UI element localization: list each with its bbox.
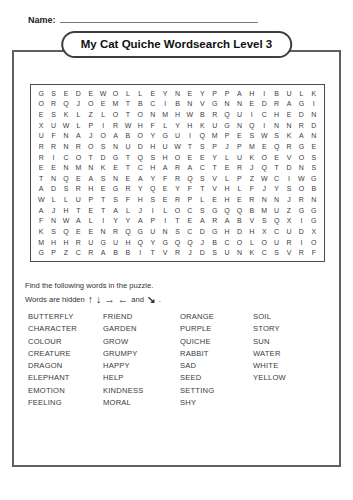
and-text: and [131, 295, 144, 304]
grid-cell-r9c22: W [295, 173, 307, 184]
grid-cell-r13c16: A [221, 216, 233, 227]
grid-cell-r10c19: J [258, 184, 270, 195]
grid-cell-r6c2: R [47, 141, 59, 152]
grid-cell-r10c21: S [283, 184, 295, 195]
grid-cell-r16c7: B [109, 247, 121, 258]
grid-cell-r13c18: V [246, 216, 258, 227]
grid-cell-r2c16: N [221, 99, 233, 110]
word-item-shy: SHY [180, 397, 214, 409]
grid-cell-r15c18: L [246, 237, 258, 248]
grid-cell-r11c17: E [233, 194, 245, 205]
grid-cell-r11c19: N [258, 194, 270, 205]
grid-cell-r12c9: J [134, 205, 146, 216]
grid-cell-r9c7: N [109, 173, 121, 184]
word-list-column-3: ORANGEPURPLEQUICHERABBITSADSEEDSETTINGSH… [180, 311, 214, 409]
grid-cell-r5c9: O [134, 131, 146, 142]
grid-cell-r6c9: D [134, 141, 146, 152]
grid-cell-r16c22: R [295, 247, 307, 258]
word-item-happy: HAPPY [103, 360, 143, 372]
grid-cell-r6c3: N [60, 141, 72, 152]
grid-cell-r12c20: U [270, 205, 282, 216]
grid-cell-r13c15: R [208, 216, 220, 227]
grid-cell-r16c19: C [258, 247, 270, 258]
grid-cell-r3c7: O [109, 109, 121, 120]
grid-cell-r14c12: S [171, 226, 183, 237]
grid-cell-r6c19: E [258, 141, 270, 152]
grid-cell-r7c1: R [35, 152, 47, 163]
grid-cell-r11c13: P [184, 194, 196, 205]
instructions-line2: Words are hidden ↑ ↓ → ← and ↘ . [25, 293, 161, 305]
grid-cell-r14c20: C [270, 226, 282, 237]
grid-cell-r3c5: Z [85, 109, 97, 120]
grid-cell-r10c12: Y [171, 184, 183, 195]
word-item-rabbit: RABBIT [180, 348, 214, 360]
grid-cell-r2c13: N [184, 99, 196, 110]
grid-cell-r8c17: R [233, 162, 245, 173]
grid-cell-r3c18: I [246, 109, 258, 120]
grid-cell-r6c18: M [246, 141, 258, 152]
grid-cell-r15c16: C [221, 237, 233, 248]
grid-cell-r11c7: S [109, 194, 121, 205]
grid-cell-r15c20: U [270, 237, 282, 248]
grid-cell-r1c4: D [72, 88, 84, 99]
grid-cell-r16c3: Z [60, 247, 72, 258]
word-item-emotion: EMOTION [28, 385, 77, 397]
grid-cell-r12c22: G [295, 205, 307, 216]
grid-cell-r12c19: M [258, 205, 270, 216]
grid-cell-r10c1: A [35, 184, 47, 195]
grid-cell-r14c23: X [308, 226, 320, 237]
word-item-moral: MORAL [103, 397, 143, 409]
grid-cell-r4c21: N [283, 120, 295, 131]
grid-cell-r1c9: L [134, 88, 146, 99]
word-item-feeling: FEELING [28, 397, 77, 409]
grid-cell-r6c12: W [171, 141, 183, 152]
grid-cell-r3c19: C [258, 109, 270, 120]
word-item-friend: FRIEND [103, 311, 143, 323]
grid-cell-r13c5: L [85, 216, 97, 227]
grid-cell-r3c11: M [159, 109, 171, 120]
grid-cell-r9c23: G [308, 173, 320, 184]
grid-cell-r4c15: U [208, 120, 220, 131]
grid-cell-r1c8: L [122, 88, 134, 99]
grid-cell-r3c6: L [97, 109, 109, 120]
grid-cell-r3c14: B [196, 109, 208, 120]
grid-cell-r8c10: H [147, 162, 159, 173]
instructions: Find the following words in the puzzle. … [25, 281, 161, 305]
grid-cell-r11c21: J [283, 194, 295, 205]
grid-cell-r16c10: T [147, 247, 159, 258]
grid-cell-r16c17: N [233, 247, 245, 258]
grid-cell-r8c11: A [159, 162, 171, 173]
grid-cell-r6c11: U [159, 141, 171, 152]
puzzle-title: My Cat Quiche Wordsearch Level 3 [61, 31, 293, 58]
grid-cell-r2c19: D [258, 99, 270, 110]
word-item-setting: SETTING [180, 385, 214, 397]
grid-cell-r11c8: F [122, 194, 134, 205]
grid-cell-r7c21: V [283, 152, 295, 163]
name-row: Name: [28, 13, 258, 25]
grid-cell-r2c3: Q [60, 99, 72, 110]
grid-cell-r15c3: H [60, 237, 72, 248]
grid-cell-r7c10: S [147, 152, 159, 163]
grid-cell-r3c10: N [147, 109, 159, 120]
grid-cell-r5c6: O [97, 131, 109, 142]
grid-cell-r16c14: D [196, 247, 208, 258]
grid-cell-r12c17: Q [233, 205, 245, 216]
grid-cell-r11c16: H [221, 194, 233, 205]
grid-cell-r9c11: F [159, 173, 171, 184]
grid-cell-r15c9: Q [134, 237, 146, 248]
grid-cell-r4c1: X [35, 120, 47, 131]
grid-cell-r16c12: R [171, 247, 183, 258]
grid-cell-r15c14: J [196, 237, 208, 248]
grid-cell-r2c22: G [295, 99, 307, 110]
grid-cell-r5c19: W [258, 131, 270, 142]
grid-cell-r3c23: N [308, 109, 320, 120]
word-item-help: HELP [103, 372, 143, 384]
grid-cell-r2c11: I [159, 99, 171, 110]
grid-cell-r13c12: T [171, 216, 183, 227]
grid-cell-r1c18: H [246, 88, 258, 99]
grid-cell-r13c6: I [97, 216, 109, 227]
word-item-purple: PURPLE [180, 323, 214, 335]
word-list-column-1: BUTTERFLYCHARACTERCOLOURCREATUREDRAGONEL… [28, 311, 77, 409]
grid-cell-r5c7: A [109, 131, 121, 142]
grid-cell-r13c22: I [295, 216, 307, 227]
instructions-line1: Find the following words in the puzzle. [25, 281, 161, 290]
grid-cell-r16c15: S [208, 247, 220, 258]
grid-cell-r14c17: D [233, 226, 245, 237]
grid-cell-r3c15: R [208, 109, 220, 120]
grid-cell-r7c13: E [184, 152, 196, 163]
grid-cell-r16c9: I [134, 247, 146, 258]
grid-cell-r4c17: N [233, 120, 245, 131]
grid-cell-r15c6: G [97, 237, 109, 248]
grid-cell-r8c8: T [122, 162, 134, 173]
grid-cell-r4c12: Y [171, 120, 183, 131]
grid-cell-r3c3: K [60, 109, 72, 120]
grid-cell-r14c3: Q [60, 226, 72, 237]
hidden-words-text: Words are hidden [25, 295, 85, 304]
grid-cell-r10c6: E [97, 184, 109, 195]
arrow-up-icon: ↑ [88, 293, 93, 305]
grid-cell-r4c23: D [308, 120, 320, 131]
word-item-grow: GROW [103, 336, 143, 348]
grid-cell-r16c8: B [122, 247, 134, 258]
grid-cell-r16c6: A [97, 247, 109, 258]
grid-cell-r11c3: L [60, 194, 72, 205]
grid-cell-r11c14: L [196, 194, 208, 205]
grid-cell-r16c21: V [283, 247, 295, 258]
grid-cell-r3c2: S [47, 109, 59, 120]
grid-cell-r4c14: K [196, 120, 208, 131]
grid-cell-r16c16: U [221, 247, 233, 258]
grid-cell-r14c7: R [109, 226, 121, 237]
grid-cell-r8c1: E [35, 162, 47, 173]
word-item-kindness: KINDNESS [103, 385, 143, 397]
grid-cell-r5c21: K [283, 131, 295, 142]
grid-cell-r13c7: Y [109, 216, 121, 227]
word-item-quiche: QUICHE [180, 336, 214, 348]
grid-cell-r11c2: L [47, 194, 59, 205]
grid-cell-r13c10: P [147, 216, 159, 227]
grid-cell-r5c10: Y [147, 131, 159, 142]
grid-cell-r13c20: Q [270, 216, 282, 227]
grid-cell-r8c16: E [221, 162, 233, 173]
grid-cell-r1c23: K [308, 88, 320, 99]
grid-cell-r6c5: O [85, 141, 97, 152]
grid-cell-r7c20: E [270, 152, 282, 163]
grid-cell-r8c2: E [47, 162, 59, 173]
grid-cell-r13c14: A [196, 216, 208, 227]
arrow-diagonal-icon: ↘ [147, 293, 156, 305]
grid-cell-r7c2: I [47, 152, 59, 163]
grid-cell-r12c15: G [208, 205, 220, 216]
grid-cell-r2c15: G [208, 99, 220, 110]
grid-cell-r15c13: Q [184, 237, 196, 248]
grid-cell-r15c8: H [122, 237, 134, 248]
grid-cell-r6c23: E [308, 141, 320, 152]
grid-cell-r8c9: C [134, 162, 146, 173]
grid-cell-r6c20: Q [270, 141, 282, 152]
grid-cell-r4c20: N [270, 120, 282, 131]
grid-cell-r7c3: C [60, 152, 72, 163]
grid-cell-r11c15: E [208, 194, 220, 205]
grid-cell-r15c23: O [308, 237, 320, 248]
word-list-column-2: FRIENDGARDENGROWGRUMPYHAPPYHELPKINDNESSM… [103, 311, 143, 409]
grid-cell-r1c14: Y [196, 88, 208, 99]
grid-cell-r7c18: K [246, 152, 258, 163]
grid-cell-r12c1: A [35, 205, 47, 216]
grid-cell-r3c9: O [134, 109, 146, 120]
grid-cell-r12c7: A [109, 205, 121, 216]
grid-cell-r13c11: I [159, 216, 171, 227]
grid-cell-r9c9: A [134, 173, 146, 184]
grid-cell-r8c23: S [308, 162, 320, 173]
word-item-grumpy: GRUMPY [103, 348, 143, 360]
word-item-seed: SEED [180, 372, 214, 384]
grid-cell-r2c9: B [134, 99, 146, 110]
grid-cell-r11c20: N [270, 194, 282, 205]
arrow-left-icon: ← [118, 293, 129, 305]
grid-cell-r2c7: M [109, 99, 121, 110]
grid-cell-r4c7: R [109, 120, 121, 131]
grid-cell-r8c18: J [246, 162, 258, 173]
grid-cell-r15c10: Y [147, 237, 159, 248]
grid-cell-r2c18: E [246, 99, 258, 110]
grid-cell-r12c14: S [196, 205, 208, 216]
grid-cell-r9c3: Q [60, 173, 72, 184]
grid-cell-r11c4: U [72, 194, 84, 205]
grid-cell-r13c2: N [47, 216, 59, 227]
grid-cell-r2c5: O [85, 99, 97, 110]
grid-cell-r8c21: D [283, 162, 295, 173]
grid-cell-r16c23: F [308, 247, 320, 258]
grid-cell-r12c6: T [97, 205, 109, 216]
grid-cell-r6c8: U [122, 141, 134, 152]
grid-cell-r4c22: R [295, 120, 307, 131]
word-list-column-4: SOILSTORYSUNWATERWHITEYELLOW [253, 311, 286, 385]
grid-cell-r3c13: W [184, 109, 196, 120]
grid-cell-r10c3: S [60, 184, 72, 195]
grid-cell-r13c23: G [308, 216, 320, 227]
word-item-character: CHARACTER [28, 323, 77, 335]
grid-cell-r1c13: E [184, 88, 196, 99]
grid-cell-r14c18: H [246, 226, 258, 237]
word-item-butterfly: BUTTERFLY [28, 311, 77, 323]
grid-cell-r15c19: O [258, 237, 270, 248]
grid-cell-r14c22: D [295, 226, 307, 237]
grid-cell-r16c4: C [72, 247, 84, 258]
grid-cell-r8c15: T [208, 162, 220, 173]
grid-cell-r6c16: J [221, 141, 233, 152]
grid-cell-r1c11: Y [159, 88, 171, 99]
grid-cell-r5c20: S [270, 131, 282, 142]
grid-cell-r14c16: H [221, 226, 233, 237]
grid-cell-r11c9: H [134, 194, 146, 205]
grid-cell-r4c13: H [184, 120, 196, 131]
grid-cell-r6c14: S [196, 141, 208, 152]
word-item-creature: CREATURE [28, 348, 77, 360]
grid-cell-r15c21: R [283, 237, 295, 248]
grid-cell-r1c22: L [295, 88, 307, 99]
grid-cell-r5c4: A [72, 131, 84, 142]
grid-cell-r3c17: U [233, 109, 245, 120]
grid-cell-r14c8: Q [122, 226, 134, 237]
grid-cell-r14c5: E [85, 226, 97, 237]
grid-cell-r11c5: P [85, 194, 97, 205]
grid-cell-r4c16: G [221, 120, 233, 131]
grid-cell-r4c9: H [134, 120, 146, 131]
grid-cell-r1c12: N [171, 88, 183, 99]
grid-cell-r10c16: H [221, 184, 233, 195]
grid-cell-r2c17: N [233, 99, 245, 110]
grid-cell-r15c12: Q [171, 237, 183, 248]
grid-cell-r7c16: L [221, 152, 233, 163]
grid-cell-r10c15: V [208, 184, 220, 195]
grid-cell-r13c8: Y [122, 216, 134, 227]
grid-cell-r9c18: Z [246, 173, 258, 184]
grid-cell-r14c1: K [35, 226, 47, 237]
grid-cell-r2c6: E [97, 99, 109, 110]
grid-cell-r1c1: G [35, 88, 47, 99]
grid-cell-r10c14: T [196, 184, 208, 195]
word-item-white: WHITE [253, 360, 286, 372]
grid-cell-r5c5: J [85, 131, 97, 142]
grid-cell-r1c20: B [270, 88, 282, 99]
grid-cell-r2c23: I [308, 99, 320, 110]
grid-cell-r8c14: C [196, 162, 208, 173]
grid-cell-r11c18: R [246, 194, 258, 205]
grid-cell-r9c8: E [122, 173, 134, 184]
grid-cell-r5c15: M [208, 131, 220, 142]
grid-cell-r6c10: H [147, 141, 159, 152]
grid-cell-r7c17: U [233, 152, 245, 163]
grid-cell-r1c2: S [47, 88, 59, 99]
grid-cell-r5c23: N [308, 131, 320, 142]
grid-cell-r9c21: I [283, 173, 295, 184]
grid-cell-r5c13: I [184, 131, 196, 142]
grid-cell-r13c4: A [72, 216, 84, 227]
grid-cell-r15c1: M [35, 237, 47, 248]
grid-cell-r2c10: C [147, 99, 159, 110]
grid-cell-r15c17: O [233, 237, 245, 248]
grid-cell-r1c7: O [109, 88, 121, 99]
grid-cell-r15c4: R [72, 237, 84, 248]
grid-cell-r2c2: R [47, 99, 59, 110]
grid-cell-r14c19: X [258, 226, 270, 237]
period-text: . [159, 295, 161, 304]
grid-cell-r12c13: C [184, 205, 196, 216]
grid-cell-r14c15: G [208, 226, 220, 237]
grid-cell-r9c16: L [221, 173, 233, 184]
grid-cell-r14c11: N [159, 226, 171, 237]
grid-cell-r5c11: G [159, 131, 171, 142]
grid-cell-r7c9: Q [134, 152, 146, 163]
grid-cell-r8c4: M [72, 162, 84, 173]
grid-cell-r9c17: P [233, 173, 245, 184]
grid-cell-r10c7: G [109, 184, 121, 195]
grid-cell-r4c5: P [85, 120, 97, 131]
grid-cell-r14c6: N [97, 226, 109, 237]
grid-cell-r15c5: U [85, 237, 97, 248]
grid-cell-r7c8: T [122, 152, 134, 163]
grid-cell-r6c21: R [283, 141, 295, 152]
grid-cell-r1c6: W [97, 88, 109, 99]
grid-cell-r4c6: I [97, 120, 109, 131]
grid-cell-r16c20: S [270, 247, 282, 258]
grid-cell-r15c22: I [295, 237, 307, 248]
grid-cell-r10c23: B [308, 184, 320, 195]
grid-cell-r12c4: T [72, 205, 84, 216]
word-item-dragon: DRAGON [28, 360, 77, 372]
grid-cell-r12c11: L [159, 205, 171, 216]
word-item-colour: COLOUR [28, 336, 77, 348]
grid-cell-r9c2: N [47, 173, 59, 184]
grid-cell-r3c16: Q [221, 109, 233, 120]
grid-cell-r14c21: U [283, 226, 295, 237]
grid-cell-r9c6: S [97, 173, 109, 184]
grid-cell-r10c9: Y [134, 184, 146, 195]
grid-cell-r10c5: H [85, 184, 97, 195]
grid-cell-r13c1: F [35, 216, 47, 227]
grid-cell-r13c19: S [258, 216, 270, 227]
grid-cell-r10c18: F [246, 184, 258, 195]
grid-cell-r3c21: E [283, 109, 295, 120]
grid-cell-r10c22: O [295, 184, 307, 195]
grid-cell-r1c10: E [147, 88, 159, 99]
grid-cell-r13c21: X [283, 216, 295, 227]
grid-cell-r13c17: B [233, 216, 245, 227]
grid-cell-r12c5: E [85, 205, 97, 216]
word-item-sad: SAD [180, 360, 214, 372]
grid-cell-r14c14: D [196, 226, 208, 237]
grid-cell-r3c8: T [122, 109, 134, 120]
grid-cell-r6c4: R [72, 141, 84, 152]
grid-cell-r9c10: Y [147, 173, 159, 184]
grid-cell-r10c8: R [122, 184, 134, 195]
grid-cell-r1c21: U [283, 88, 295, 99]
grid-cell-r4c18: Q [246, 120, 258, 131]
grid-cell-r2c4: J [72, 99, 84, 110]
grid-cell-r5c1: U [35, 131, 47, 142]
grid-cell-r1c3: E [60, 88, 72, 99]
grid-cell-r5c3: N [60, 131, 72, 142]
grid-cell-r6c1: R [35, 141, 47, 152]
grid-cell-r4c3: W [60, 120, 72, 131]
grid-cell-r3c1: E [35, 109, 47, 120]
